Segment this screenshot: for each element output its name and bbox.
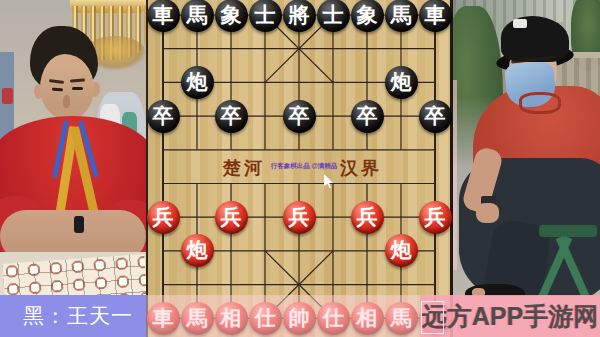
- red-piece-兵[interactable]: 兵: [419, 201, 452, 234]
- black-piece-將[interactable]: 將: [283, 0, 316, 32]
- black-piece-馬[interactable]: 馬: [385, 0, 418, 32]
- black-piece-車[interactable]: 車: [419, 0, 452, 32]
- banner-stamp: [2, 88, 13, 104]
- black-piece-卒[interactable]: 卒: [283, 100, 316, 133]
- black-piece-士[interactable]: 士: [317, 0, 350, 32]
- red-piece-兵[interactable]: 兵: [351, 201, 384, 234]
- player-nose: [63, 95, 70, 108]
- black-piece-馬[interactable]: 馬: [181, 0, 214, 32]
- screenshot-root: 楚河 汉界 行客象棋出品 @满精品 車馬象士將士象馬車炮炮卒卒卒卒卒兵兵兵兵兵炮…: [0, 0, 600, 337]
- black-piece-炮[interactable]: 炮: [385, 66, 418, 99]
- red-piece-兵[interactable]: 兵: [147, 201, 180, 234]
- hat-label: [513, 19, 527, 28]
- bottom-bar-wash: [146, 295, 420, 337]
- red-piece-兵[interactable]: 兵: [215, 201, 248, 234]
- bucket-hat: [501, 16, 569, 62]
- player-hand: [476, 203, 499, 223]
- left-player-photo: [0, 0, 146, 337]
- edge-blur: [453, 80, 457, 270]
- xiangqi-board[interactable]: 楚河 汉界 行客象棋出品 @满精品 車馬象士將士象馬車炮炮卒卒卒卒卒兵兵兵兵兵炮…: [146, 0, 453, 337]
- black-piece-卒[interactable]: 卒: [419, 100, 452, 133]
- black-piece-車[interactable]: 車: [147, 0, 180, 32]
- black-piece-士[interactable]: 士: [249, 0, 282, 32]
- wrist-band: [74, 216, 84, 233]
- black-piece-卒[interactable]: 卒: [147, 100, 180, 133]
- black-piece-卒[interactable]: 卒: [215, 100, 248, 133]
- selection-box: [421, 301, 444, 334]
- board-watermark: 行客象棋出品 @满精品: [254, 162, 354, 171]
- black-piece-卒[interactable]: 卒: [351, 100, 384, 133]
- black-piece-象[interactable]: 象: [215, 0, 248, 32]
- red-piece-兵[interactable]: 兵: [283, 201, 316, 234]
- red-piece-炮[interactable]: 炮: [181, 234, 214, 267]
- player-eye: [72, 87, 83, 90]
- black-player-bar: 黑：王天一: [0, 295, 146, 337]
- right-player-photo: [453, 0, 600, 337]
- polo-collar: [519, 92, 561, 114]
- black-piece-象[interactable]: 象: [351, 0, 384, 32]
- black-piece-炮[interactable]: 炮: [181, 66, 214, 99]
- site-watermark-bar: 远方APP手游网: [420, 295, 600, 337]
- folding-stool: [539, 225, 597, 237]
- site-watermark-label: 远方APP手游网: [422, 300, 598, 333]
- red-piece-炮[interactable]: 炮: [385, 234, 418, 267]
- black-player-label: 黑：王天一: [23, 302, 133, 330]
